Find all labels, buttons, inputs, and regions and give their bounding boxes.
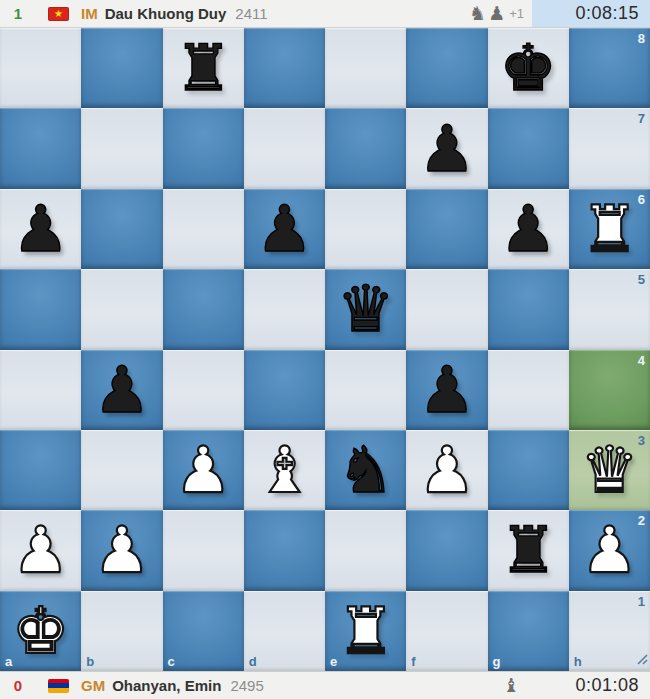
square-b2[interactable]: ♟	[81, 510, 162, 590]
square-f5[interactable]	[406, 269, 487, 349]
bottom-player-clock: 0:01:08	[532, 672, 650, 699]
square-d7[interactable]	[244, 108, 325, 188]
white-king-a1[interactable]: ♚	[12, 599, 69, 663]
bottom-player-name: Ohanyan, Emin	[112, 677, 221, 694]
white-bishop-d3[interactable]: ♝	[256, 438, 313, 502]
black-pawn-a6[interactable]: ♟	[12, 197, 69, 261]
black-king-g8[interactable]: ♚	[499, 36, 556, 100]
white-pawn-h2[interactable]: ♟	[581, 518, 638, 582]
square-h8[interactable]: 8	[569, 28, 650, 108]
bottom-player-rating: 2495	[230, 677, 263, 694]
square-a2[interactable]: ♟	[0, 510, 81, 590]
white-rook-h6[interactable]: ♜	[581, 197, 638, 261]
black-rook-c8[interactable]: ♜	[174, 36, 231, 100]
top-captured-pieces: ♞♟	[469, 4, 507, 23]
white-pawn-b2[interactable]: ♟	[93, 518, 150, 582]
square-e4[interactable]	[325, 350, 406, 430]
rank-label-1: 1	[638, 594, 645, 609]
square-c8[interactable]: ♜	[163, 28, 244, 108]
white-pawn-c3[interactable]: ♟	[174, 438, 231, 502]
square-a8[interactable]	[0, 28, 81, 108]
square-h5[interactable]: 5	[569, 269, 650, 349]
board-resize-handle-icon[interactable]	[635, 651, 648, 669]
square-g5[interactable]	[488, 269, 569, 349]
file-label-h: h	[574, 654, 582, 669]
white-pawn-f3[interactable]: ♟	[418, 438, 475, 502]
square-e1[interactable]: ♜e	[325, 591, 406, 671]
square-b6[interactable]	[81, 189, 162, 269]
square-h7[interactable]: 7	[569, 108, 650, 188]
square-g2[interactable]: ♜	[488, 510, 569, 590]
bottom-player-score: 0	[8, 677, 28, 694]
top-player-bar: 1 ★ IM Dau Khuong Duy 2411 ♞♟ +1 0:08:15	[0, 0, 650, 28]
square-d5[interactable]	[244, 269, 325, 349]
square-e3[interactable]: ♞	[325, 430, 406, 510]
rank-label-2: 2	[638, 513, 645, 528]
black-pawn-d6[interactable]: ♟	[256, 197, 313, 261]
square-d1[interactable]: d	[244, 591, 325, 671]
rank-label-3: 3	[638, 433, 645, 448]
square-a1[interactable]: ♚a	[0, 591, 81, 671]
file-label-c: c	[168, 654, 175, 669]
square-h3[interactable]: ♛3	[569, 430, 650, 510]
square-f2[interactable]	[406, 510, 487, 590]
square-f8[interactable]	[406, 28, 487, 108]
square-g4[interactable]	[488, 350, 569, 430]
square-h2[interactable]: ♟2	[569, 510, 650, 590]
square-e2[interactable]	[325, 510, 406, 590]
square-d4[interactable]	[244, 350, 325, 430]
black-queen-e5[interactable]: ♛	[337, 277, 394, 341]
black-pawn-f4[interactable]: ♟	[418, 358, 475, 422]
top-player-clock: 0:08:15	[532, 0, 650, 27]
square-d2[interactable]	[244, 510, 325, 590]
black-pawn-f7[interactable]: ♟	[418, 117, 475, 181]
file-label-a: a	[5, 654, 12, 669]
square-a4[interactable]	[0, 350, 81, 430]
square-f1[interactable]: f	[406, 591, 487, 671]
black-rook-g2[interactable]: ♜	[499, 518, 556, 582]
square-b7[interactable]	[81, 108, 162, 188]
square-e6[interactable]	[325, 189, 406, 269]
square-b5[interactable]	[81, 269, 162, 349]
top-player-name: Dau Khuong Duy	[105, 5, 227, 22]
captured-knight-icon: ♞	[469, 4, 486, 23]
file-label-e: e	[330, 654, 337, 669]
square-b3[interactable]	[81, 430, 162, 510]
square-h1[interactable]: 1h	[569, 591, 650, 671]
square-c3[interactable]: ♟	[163, 430, 244, 510]
square-c2[interactable]	[163, 510, 244, 590]
white-rook-e1[interactable]: ♜	[337, 599, 394, 663]
rank-label-6: 6	[638, 192, 645, 207]
file-label-g: g	[493, 654, 501, 669]
black-pawn-b4[interactable]: ♟	[93, 358, 150, 422]
rank-label-4: 4	[638, 353, 645, 368]
bottom-player-bar: 0 GM Ohanyan, Emin 2495 ♝ 0:01:08	[0, 671, 650, 699]
file-label-d: d	[249, 654, 257, 669]
square-e8[interactable]	[325, 28, 406, 108]
square-f3[interactable]: ♟	[406, 430, 487, 510]
square-g8[interactable]: ♚	[488, 28, 569, 108]
square-f7[interactable]: ♟	[406, 108, 487, 188]
square-e7[interactable]	[325, 108, 406, 188]
file-label-b: b	[86, 654, 94, 669]
square-b4[interactable]: ♟	[81, 350, 162, 430]
square-a3[interactable]	[0, 430, 81, 510]
square-g7[interactable]	[488, 108, 569, 188]
square-h4[interactable]: 4	[569, 350, 650, 430]
rank-label-7: 7	[638, 111, 645, 126]
square-g3[interactable]	[488, 430, 569, 510]
file-label-f: f	[411, 654, 415, 669]
top-player-title: IM	[81, 5, 98, 22]
square-b1[interactable]: b	[81, 591, 162, 671]
square-a6[interactable]: ♟	[0, 189, 81, 269]
square-a5[interactable]	[0, 269, 81, 349]
square-c7[interactable]	[163, 108, 244, 188]
square-e5[interactable]: ♛	[325, 269, 406, 349]
square-f6[interactable]	[406, 189, 487, 269]
square-g6[interactable]: ♟	[488, 189, 569, 269]
captured-bishop-icon: ♝	[503, 676, 520, 695]
square-b8[interactable]	[81, 28, 162, 108]
square-a7[interactable]	[0, 108, 81, 188]
square-c1[interactable]: c	[163, 591, 244, 671]
black-knight-e3[interactable]: ♞	[337, 438, 394, 502]
white-pawn-a2[interactable]: ♟	[12, 518, 69, 582]
square-d3[interactable]: ♝	[244, 430, 325, 510]
square-d8[interactable]	[244, 28, 325, 108]
rank-label-8: 8	[638, 31, 645, 46]
captured-pawn-icon: ♟	[488, 4, 505, 23]
bottom-captured-pieces: ♝	[503, 676, 522, 695]
square-c6[interactable]	[163, 189, 244, 269]
board: ♜♚8♟7♟♟♟♜6♛5♟♟4♟♝♞♟♛3♟♟♜♟2♚abcd♜efg1h	[0, 28, 650, 671]
rank-label-5: 5	[638, 272, 645, 287]
square-f4[interactable]: ♟	[406, 350, 487, 430]
square-g1[interactable]: g	[488, 591, 569, 671]
vietnam-flag-icon: ★	[48, 7, 69, 21]
armenia-flag-icon	[48, 679, 69, 693]
square-d6[interactable]: ♟	[244, 189, 325, 269]
top-material-advantage: +1	[509, 6, 524, 21]
square-c4[interactable]	[163, 350, 244, 430]
black-pawn-g6[interactable]: ♟	[499, 197, 556, 261]
top-player-score: 1	[8, 5, 28, 22]
square-h6[interactable]: ♜6	[569, 189, 650, 269]
white-queen-h3[interactable]: ♛	[581, 438, 638, 502]
square-c5[interactable]	[163, 269, 244, 349]
bottom-player-title: GM	[81, 677, 105, 694]
top-player-rating: 2411	[235, 5, 267, 22]
